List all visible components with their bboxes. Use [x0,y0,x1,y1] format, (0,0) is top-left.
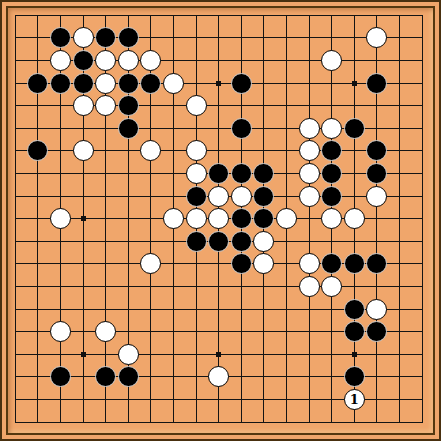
white-stone [186,140,207,161]
grid-line-horizontal [15,422,423,423]
white-stone [118,50,139,71]
black-stone [118,366,139,387]
white-stone [253,253,274,274]
white-stone [231,186,252,207]
black-stone [208,231,229,252]
grid-line-horizontal [15,286,423,287]
white-stone [299,253,320,274]
white-stone [344,208,365,229]
white-stone [321,276,342,297]
grid-line-vertical [309,15,310,423]
black-stone [344,253,365,274]
black-stone [344,321,365,342]
grid-line-vertical [422,15,423,423]
white-stone [50,208,71,229]
black-stone [118,27,139,48]
white-stone [208,366,229,387]
star-point [352,81,357,86]
black-stone [253,163,274,184]
star-point [352,352,357,357]
black-stone [231,208,252,229]
white-stone [163,208,184,229]
star-point [81,216,86,221]
white-stone [118,344,139,365]
black-stone [366,140,387,161]
black-stone [344,299,365,320]
black-stone [321,253,342,274]
black-stone [366,163,387,184]
black-stone [366,253,387,274]
star-point [216,81,221,86]
white-stone [276,208,297,229]
white-stone [163,73,184,94]
white-stone [208,186,229,207]
white-stone [366,27,387,48]
white-stone [299,140,320,161]
white-stone [50,321,71,342]
black-stone [253,208,274,229]
black-stone [321,140,342,161]
go-board: 1 [0,0,441,441]
white-stone [186,163,207,184]
white-stone [95,321,116,342]
black-stone [321,163,342,184]
white-stone [140,50,161,71]
black-stone [50,27,71,48]
white-stone [321,118,342,139]
white-stone [321,50,342,71]
black-stone [118,95,139,116]
white-stone [186,95,207,116]
black-stone [231,73,252,94]
white-stone [299,163,320,184]
star-point [81,352,86,357]
white-stone [366,299,387,320]
white-stone [299,118,320,139]
white-stone [299,276,320,297]
white-stone [321,208,342,229]
white-stone [73,140,94,161]
black-stone [366,73,387,94]
white-stone [140,253,161,274]
black-stone [73,73,94,94]
black-stone [118,118,139,139]
white-stone [95,95,116,116]
white-stone [299,186,320,207]
white-stone [366,186,387,207]
white-stone [208,208,229,229]
black-stone [231,253,252,274]
black-stone [344,118,365,139]
black-stone [366,321,387,342]
black-stone [95,366,116,387]
grid-line-vertical [399,15,400,423]
white-stone [253,231,274,252]
move-number-label: 1 [350,393,359,406]
black-stone [186,231,207,252]
black-stone [140,73,161,94]
white-stone [95,50,116,71]
white-stone [50,50,71,71]
black-stone [231,163,252,184]
black-stone [73,50,94,71]
black-stone [231,118,252,139]
white-stone [73,95,94,116]
black-stone [253,186,274,207]
black-stone [118,73,139,94]
star-point [216,352,221,357]
white-stone [73,27,94,48]
black-stone [50,366,71,387]
black-stone [186,186,207,207]
black-stone [231,231,252,252]
black-stone [27,73,48,94]
black-stone [208,163,229,184]
black-stone [27,140,48,161]
black-stone [321,186,342,207]
black-stone [95,27,116,48]
white-stone [140,140,161,161]
black-stone [50,73,71,94]
white-stone [186,208,207,229]
marked-stone-move-1: 1 [344,389,365,410]
white-stone [95,73,116,94]
black-stone [344,366,365,387]
